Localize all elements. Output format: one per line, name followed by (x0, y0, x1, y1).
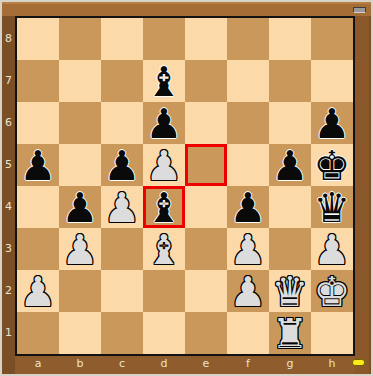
square-h2[interactable]: ♚ (311, 270, 353, 312)
square-a3[interactable] (17, 228, 59, 270)
square-c1[interactable] (101, 312, 143, 354)
file-labels: abcdefgh (17, 357, 353, 373)
rank-label-3: 3 (2, 228, 15, 270)
square-e5[interactable] (185, 144, 227, 186)
piece-white-rook[interactable]: ♜ (272, 314, 309, 355)
piece-white-king[interactable]: ♚ (314, 272, 351, 313)
square-a2[interactable]: ♟ (17, 270, 59, 312)
square-d6[interactable]: ♟ (143, 102, 185, 144)
square-g4[interactable] (269, 186, 311, 228)
square-h4[interactable]: ♛ (311, 186, 353, 228)
frame-right-bevel (355, 16, 371, 374)
square-d2[interactable] (143, 270, 185, 312)
board-frame: 87654321 ♝♟♟♟♟♟♟♚♟♟♝♟♛♟♝♟♟♟♟♛♚♜ abcdefgh (2, 2, 371, 374)
file-label-a: a (17, 357, 59, 373)
piece-white-queen[interactable]: ♛ (272, 272, 309, 313)
file-label-c: c (101, 357, 143, 373)
rank-label-4: 4 (2, 186, 15, 228)
rank-label-8: 8 (2, 18, 15, 60)
piece-black-pawn[interactable]: ♟ (146, 104, 183, 145)
square-h7[interactable] (311, 60, 353, 102)
piece-black-pawn[interactable]: ♟ (272, 146, 309, 187)
square-e2[interactable] (185, 270, 227, 312)
piece-black-bishop[interactable]: ♝ (146, 62, 183, 103)
square-f5[interactable] (227, 144, 269, 186)
file-label-g: g (269, 357, 311, 373)
piece-black-bishop[interactable]: ♝ (146, 188, 183, 229)
file-label-f: f (227, 357, 269, 373)
square-a4[interactable] (17, 186, 59, 228)
piece-black-pawn[interactable]: ♟ (314, 104, 351, 145)
piece-white-pawn[interactable]: ♟ (62, 230, 99, 271)
piece-black-pawn[interactable]: ♟ (104, 146, 141, 187)
square-a6[interactable] (17, 102, 59, 144)
square-f6[interactable] (227, 102, 269, 144)
board: ♝♟♟♟♟♟♟♚♟♟♝♟♛♟♝♟♟♟♟♛♚♜ (17, 18, 353, 354)
square-c8[interactable] (101, 18, 143, 60)
square-b2[interactable] (59, 270, 101, 312)
square-d1[interactable] (143, 312, 185, 354)
square-h1[interactable] (311, 312, 353, 354)
square-a1[interactable] (17, 312, 59, 354)
square-b5[interactable] (59, 144, 101, 186)
square-b8[interactable] (59, 18, 101, 60)
square-b7[interactable] (59, 60, 101, 102)
square-b4[interactable]: ♟ (59, 186, 101, 228)
piece-black-pawn[interactable]: ♟ (20, 146, 57, 187)
piece-white-pawn[interactable]: ♟ (146, 146, 183, 187)
square-c4[interactable]: ♟ (101, 186, 143, 228)
rank-label-2: 2 (2, 270, 15, 312)
square-g7[interactable] (269, 60, 311, 102)
square-f1[interactable] (227, 312, 269, 354)
square-g8[interactable] (269, 18, 311, 60)
frame-top-bevel (2, 2, 371, 16)
chess-app-window: 87654321 ♝♟♟♟♟♟♟♚♟♟♝♟♛♟♝♟♟♟♟♛♚♜ abcdefgh (0, 0, 373, 376)
square-h8[interactable] (311, 18, 353, 60)
square-e6[interactable] (185, 102, 227, 144)
square-g2[interactable]: ♛ (269, 270, 311, 312)
file-label-d: d (143, 357, 185, 373)
piece-white-pawn[interactable]: ♟ (104, 188, 141, 229)
piece-black-pawn[interactable]: ♟ (62, 188, 99, 229)
square-d8[interactable] (143, 18, 185, 60)
rank-label-1: 1 (2, 312, 15, 354)
square-c3[interactable] (101, 228, 143, 270)
square-f3[interactable]: ♟ (227, 228, 269, 270)
square-h6[interactable]: ♟ (311, 102, 353, 144)
piece-white-bishop[interactable]: ♝ (146, 230, 183, 271)
piece-black-king[interactable]: ♚ (314, 146, 351, 187)
square-g5[interactable]: ♟ (269, 144, 311, 186)
square-b6[interactable] (59, 102, 101, 144)
square-c7[interactable] (101, 60, 143, 102)
square-e4[interactable] (185, 186, 227, 228)
square-g3[interactable] (269, 228, 311, 270)
square-g6[interactable] (269, 102, 311, 144)
square-d5[interactable]: ♟ (143, 144, 185, 186)
square-e3[interactable] (185, 228, 227, 270)
square-a8[interactable] (17, 18, 59, 60)
square-f4[interactable]: ♟ (227, 186, 269, 228)
square-h5[interactable]: ♚ (311, 144, 353, 186)
square-g1[interactable]: ♜ (269, 312, 311, 354)
square-e7[interactable] (185, 60, 227, 102)
piece-white-pawn[interactable]: ♟ (230, 272, 267, 313)
square-d3[interactable]: ♝ (143, 228, 185, 270)
file-label-h: h (311, 357, 353, 373)
rank-labels: 87654321 (2, 18, 15, 354)
square-b1[interactable] (59, 312, 101, 354)
square-h3[interactable]: ♟ (311, 228, 353, 270)
rank-label-7: 7 (2, 60, 15, 102)
rank-label-5: 5 (2, 144, 15, 186)
piece-black-queen[interactable]: ♛ (314, 188, 351, 229)
square-e8[interactable] (185, 18, 227, 60)
piece-black-pawn[interactable]: ♟ (230, 188, 267, 229)
square-e1[interactable] (185, 312, 227, 354)
square-c2[interactable] (101, 270, 143, 312)
square-d7[interactable]: ♝ (143, 60, 185, 102)
rank-label-6: 6 (2, 102, 15, 144)
square-a5[interactable]: ♟ (17, 144, 59, 186)
square-b3[interactable]: ♟ (59, 228, 101, 270)
square-c5[interactable]: ♟ (101, 144, 143, 186)
square-f8[interactable] (227, 18, 269, 60)
square-c6[interactable] (101, 102, 143, 144)
file-label-b: b (59, 357, 101, 373)
square-f2[interactable]: ♟ (227, 270, 269, 312)
square-f7[interactable] (227, 60, 269, 102)
black-move-indicator (353, 7, 366, 13)
piece-white-pawn[interactable]: ♟ (20, 272, 57, 313)
piece-white-pawn[interactable]: ♟ (230, 230, 267, 271)
file-label-e: e (185, 357, 227, 373)
board-border: ♝♟♟♟♟♟♟♚♟♟♝♟♛♟♝♟♟♟♟♛♚♜ (15, 16, 355, 356)
piece-white-pawn[interactable]: ♟ (314, 230, 351, 271)
white-move-indicator (352, 359, 365, 366)
square-d4[interactable]: ♝ (143, 186, 185, 228)
square-a7[interactable] (17, 60, 59, 102)
